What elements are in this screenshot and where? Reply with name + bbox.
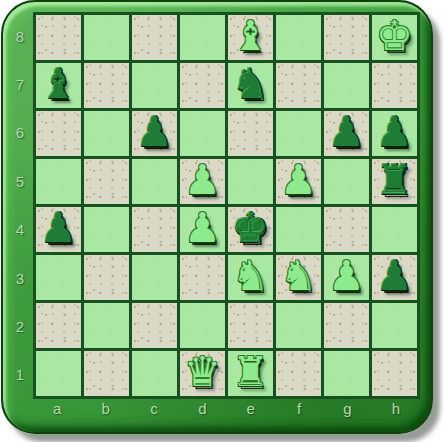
white-pawn-d5[interactable]: ♟ <box>184 158 221 203</box>
rank-label-8: 8 <box>9 12 31 60</box>
black-pawn-c6[interactable]: ♟ <box>136 110 173 155</box>
file-label-d: d <box>178 398 226 419</box>
square-a3[interactable] <box>36 255 81 300</box>
black-knight-e7[interactable]: ♞ <box>232 62 269 107</box>
chess-board: ♝♚♝♞♟♟♟♟♟♜♟♟♚♞♞♟♟♛♜ <box>33 12 420 399</box>
file-label-h: h <box>372 398 420 419</box>
square-h2[interactable] <box>372 303 417 348</box>
white-king-h8[interactable]: ♚ <box>376 14 413 59</box>
square-c5[interactable] <box>132 159 177 204</box>
square-e1[interactable]: ♜ <box>228 351 273 396</box>
black-bishop-a7[interactable]: ♝ <box>40 62 77 107</box>
file-label-f: f <box>275 398 323 419</box>
white-pawn-g3[interactable]: ♟ <box>328 254 365 299</box>
rank-label-3: 3 <box>9 254 31 302</box>
black-pawn-h3[interactable]: ♟ <box>376 254 413 299</box>
square-f6[interactable] <box>276 111 321 156</box>
square-e3[interactable]: ♞ <box>228 255 273 300</box>
file-label-b: b <box>81 398 129 419</box>
square-c7[interactable] <box>132 63 177 108</box>
square-b2[interactable] <box>84 303 129 348</box>
square-h8[interactable]: ♚ <box>372 15 417 60</box>
rank-label-1: 1 <box>9 351 31 399</box>
square-c3[interactable] <box>132 255 177 300</box>
square-h5[interactable]: ♜ <box>372 159 417 204</box>
square-c6[interactable]: ♟ <box>132 111 177 156</box>
square-d5[interactable]: ♟ <box>180 159 225 204</box>
square-e5[interactable] <box>228 159 273 204</box>
square-c1[interactable] <box>132 351 177 396</box>
square-g5[interactable] <box>324 159 369 204</box>
rank-label-2: 2 <box>9 302 31 350</box>
square-e7[interactable]: ♞ <box>228 63 273 108</box>
square-f1[interactable] <box>276 351 321 396</box>
square-a6[interactable] <box>36 111 81 156</box>
square-d8[interactable] <box>180 15 225 60</box>
file-labels: abcdefgh <box>33 398 420 419</box>
white-rook-e1[interactable]: ♜ <box>232 350 269 395</box>
square-b6[interactable] <box>84 111 129 156</box>
square-d6[interactable] <box>180 111 225 156</box>
square-f5[interactable]: ♟ <box>276 159 321 204</box>
square-d1[interactable]: ♛ <box>180 351 225 396</box>
square-d4[interactable]: ♟ <box>180 207 225 252</box>
white-pawn-d4[interactable]: ♟ <box>184 206 221 251</box>
square-f4[interactable] <box>276 207 321 252</box>
square-d7[interactable] <box>180 63 225 108</box>
square-g4[interactable] <box>324 207 369 252</box>
square-c8[interactable] <box>132 15 177 60</box>
black-pawn-h6[interactable]: ♟ <box>376 110 413 155</box>
file-label-a: a <box>33 398 81 419</box>
square-g3[interactable]: ♟ <box>324 255 369 300</box>
square-a4[interactable]: ♟ <box>36 207 81 252</box>
file-label-e: e <box>227 398 275 419</box>
square-b4[interactable] <box>84 207 129 252</box>
square-h7[interactable] <box>372 63 417 108</box>
square-a7[interactable]: ♝ <box>36 63 81 108</box>
black-pawn-a4[interactable]: ♟ <box>40 206 77 251</box>
rank-label-5: 5 <box>9 157 31 205</box>
square-e6[interactable] <box>228 111 273 156</box>
square-b1[interactable] <box>84 351 129 396</box>
square-b8[interactable] <box>84 15 129 60</box>
square-a5[interactable] <box>36 159 81 204</box>
square-e8[interactable]: ♝ <box>228 15 273 60</box>
file-label-g: g <box>323 398 371 419</box>
rank-label-6: 6 <box>9 109 31 157</box>
black-king-e4[interactable]: ♚ <box>232 206 269 251</box>
white-bishop-e8[interactable]: ♝ <box>232 14 269 59</box>
square-h1[interactable] <box>372 351 417 396</box>
square-g6[interactable]: ♟ <box>324 111 369 156</box>
square-h6[interactable]: ♟ <box>372 111 417 156</box>
white-knight-e3[interactable]: ♞ <box>232 254 269 299</box>
black-pawn-g6[interactable]: ♟ <box>328 110 365 155</box>
square-d3[interactable] <box>180 255 225 300</box>
rank-label-4: 4 <box>9 206 31 254</box>
white-pawn-f5[interactable]: ♟ <box>280 158 317 203</box>
square-e4[interactable]: ♚ <box>228 207 273 252</box>
square-e2[interactable] <box>228 303 273 348</box>
white-queen-d1[interactable]: ♛ <box>184 350 221 395</box>
square-g2[interactable] <box>324 303 369 348</box>
square-a2[interactable] <box>36 303 81 348</box>
white-knight-f3[interactable]: ♞ <box>280 254 317 299</box>
square-h4[interactable] <box>372 207 417 252</box>
square-b7[interactable] <box>84 63 129 108</box>
square-b3[interactable] <box>84 255 129 300</box>
square-a1[interactable] <box>36 351 81 396</box>
file-label-c: c <box>130 398 178 419</box>
square-c2[interactable] <box>132 303 177 348</box>
rank-labels: 87654321 <box>9 12 31 399</box>
square-f7[interactable] <box>276 63 321 108</box>
square-h3[interactable]: ♟ <box>372 255 417 300</box>
square-f3[interactable]: ♞ <box>276 255 321 300</box>
square-a8[interactable] <box>36 15 81 60</box>
square-g1[interactable] <box>324 351 369 396</box>
rank-label-7: 7 <box>9 60 31 108</box>
square-b5[interactable] <box>84 159 129 204</box>
square-g7[interactable] <box>324 63 369 108</box>
square-c4[interactable] <box>132 207 177 252</box>
square-d2[interactable] <box>180 303 225 348</box>
square-f2[interactable] <box>276 303 321 348</box>
square-g8[interactable] <box>324 15 369 60</box>
square-f8[interactable] <box>276 15 321 60</box>
black-rook-h5[interactable]: ♜ <box>376 158 413 203</box>
